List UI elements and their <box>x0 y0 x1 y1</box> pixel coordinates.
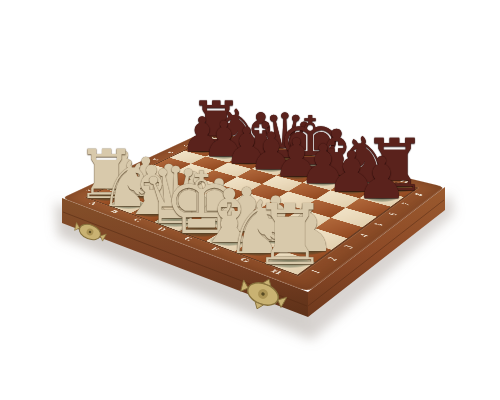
brass-clasp-left <box>73 220 108 245</box>
white-rook[interactable]: ♜ <box>250 194 330 278</box>
product-photo-stage: AABBCCDDEEFFGGHH1122334455667788 ♜♞♝♛♚♝♞… <box>0 0 500 400</box>
black-pawn[interactable]: ♟ <box>342 150 422 208</box>
